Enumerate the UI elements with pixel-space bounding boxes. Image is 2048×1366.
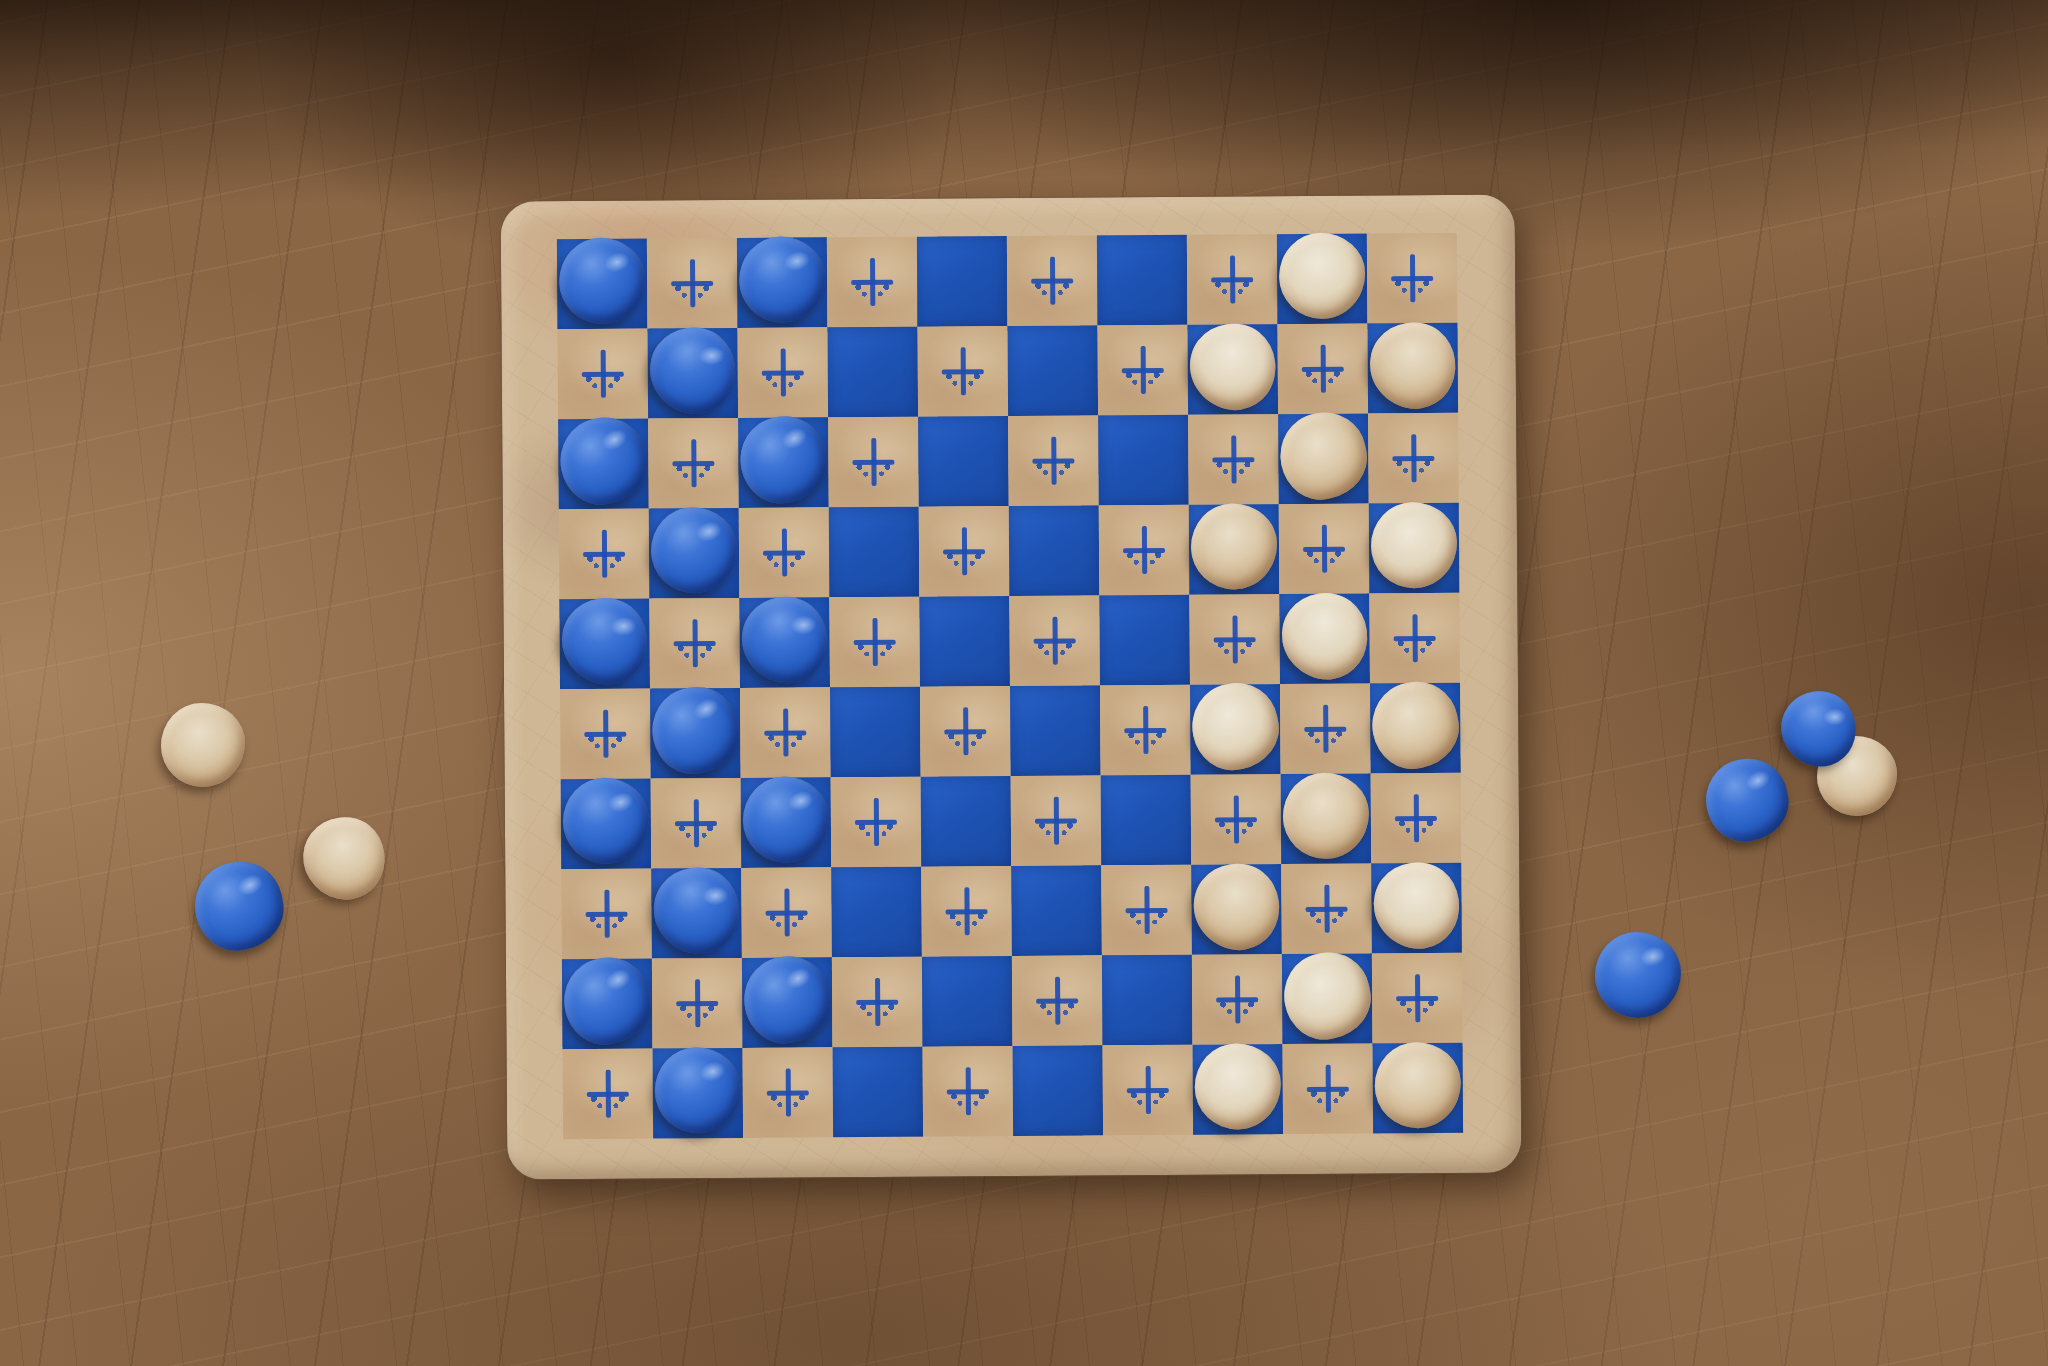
cross-mark-icon [579,350,627,398]
square-r2c10[interactable] [1367,323,1458,414]
square-r6c7 [1100,685,1191,776]
cross-mark-icon [1393,974,1441,1022]
cream-piece-r6c8[interactable] [1185,676,1286,777]
cross-mark-icon [672,799,720,847]
square-r4c2[interactable] [649,508,740,599]
square-r4c6[interactable] [1009,505,1100,596]
square-r4c4[interactable] [829,507,920,598]
cross-mark-icon [1031,617,1079,665]
square-r1c10 [1367,233,1458,324]
cross-mark-icon [1302,885,1350,933]
square-r6c8[interactable] [1190,684,1281,775]
square-r2c3 [737,327,828,418]
square-r8c4[interactable] [831,867,922,958]
cream-piece-r6c10[interactable] [1365,675,1466,776]
blue-piece-r4c2[interactable] [651,507,738,594]
cream-piece-r2c10[interactable] [1361,313,1465,417]
square-r9c3[interactable] [742,957,833,1048]
cream-piece-r4c8[interactable] [1191,503,1278,590]
square-r6c2[interactable] [650,688,741,779]
cream-piece-r5c9[interactable] [1273,584,1377,688]
cross-mark-icon [760,528,808,576]
square-r6c10[interactable] [1370,683,1461,774]
square-r8c2[interactable] [651,868,742,959]
blue-piece-r5c1[interactable] [553,589,657,693]
square-r8c9 [1281,863,1372,954]
cream-piece-r9c9[interactable] [1277,945,1378,1046]
blue-piece-r3c1[interactable] [553,410,654,511]
square-r10c4[interactable] [833,1047,924,1138]
cross-mark-icon [668,259,716,307]
cross-mark-icon [1301,705,1349,753]
square-r1c7[interactable] [1097,235,1188,326]
square-r2c6[interactable] [1007,325,1098,416]
cross-mark-icon [1388,254,1436,302]
square-r10c6[interactable] [1013,1045,1104,1136]
cross-mark-icon [1391,614,1439,662]
square-r3c3[interactable] [738,417,829,508]
blue-piece-r6c2[interactable] [645,680,746,781]
cross-mark-icon [1389,434,1437,482]
square-r7c7[interactable] [1101,775,1192,866]
square-r10c8[interactable] [1193,1044,1284,1135]
square-r1c9[interactable] [1277,234,1368,325]
cross-mark-icon [853,978,901,1026]
cross-mark-icon [1304,1065,1352,1113]
blue-piece-r10c2[interactable] [655,1047,742,1134]
square-r1c3[interactable] [737,237,828,328]
blue-piece-r3c3[interactable] [733,409,834,510]
square-r7c5[interactable] [921,776,1012,867]
cream-piece-r3c9[interactable] [1273,405,1374,506]
cross-mark-icon [852,798,900,846]
square-r3c7[interactable] [1098,415,1189,506]
draughts-board [501,194,1522,1179]
square-r7c8 [1191,774,1282,865]
square-r5c3[interactable] [739,597,830,688]
cross-mark-icon [1033,977,1081,1025]
cross-mark-icon [584,1070,632,1118]
square-r5c6 [1009,595,1100,686]
square-r9c6 [1012,955,1103,1046]
cross-mark-icon [1392,794,1440,842]
blue-piece-r7c3[interactable] [743,776,830,863]
square-r6c9 [1280,683,1371,774]
square-r10c3 [743,1047,834,1138]
square-r2c1 [557,329,648,420]
square-r1c5[interactable] [917,236,1008,327]
cross-mark-icon [764,1068,812,1116]
square-r6c6[interactable] [1010,685,1101,776]
blue-piece-r7c1[interactable] [563,778,650,865]
square-r3c5[interactable] [918,416,1009,507]
cream-piece-r7c9[interactable] [1283,773,1370,860]
cross-mark-icon [1209,435,1257,483]
cross-mark-icon [580,530,628,578]
square-r2c2[interactable] [647,328,738,419]
square-r4c8[interactable] [1189,504,1280,595]
square-r5c2 [649,598,740,689]
cross-mark-icon [1029,437,1077,485]
cross-mark-icon [1212,795,1260,843]
square-r3c2 [648,418,739,509]
square-r2c4[interactable] [827,327,918,418]
cream-piece-r10c10[interactable] [1374,1042,1461,1129]
board-grid [557,233,1463,1139]
square-r1c4 [827,237,918,328]
square-r2c5 [917,326,1008,417]
cross-mark-icon [1208,255,1256,303]
square-r1c6 [1007,235,1098,326]
square-r4c3 [739,507,830,598]
cross-mark-icon [1213,975,1261,1023]
cross-mark-icon [671,619,719,667]
square-r7c9[interactable] [1281,773,1372,864]
square-r9c2 [652,958,743,1049]
square-r8c1 [561,869,652,960]
square-r5c10 [1369,593,1460,684]
cross-mark-icon [940,527,988,575]
square-r2c8[interactable] [1187,324,1278,415]
square-r9c1[interactable] [562,959,653,1050]
cross-mark-icon [1299,345,1347,393]
square-r4c10[interactable] [1369,503,1460,594]
square-r9c7[interactable] [1102,955,1193,1046]
square-r5c8 [1189,594,1280,685]
square-r3c6 [1008,415,1099,506]
blue-piece-r9c1[interactable] [557,950,658,1051]
cross-mark-icon [941,707,989,755]
blue-piece-r8c2[interactable] [645,858,749,962]
cream-piece-r2c8[interactable] [1181,315,1285,419]
cream-piece-r10c8[interactable] [1194,1043,1281,1130]
square-r7c1[interactable] [561,779,652,870]
square-r2c7 [1097,325,1188,416]
square-r9c4 [832,957,923,1048]
square-r10c9 [1282,1043,1373,1134]
square-r4c9 [1279,503,1370,594]
off-board-cream-piece-2[interactable] [294,808,393,907]
cross-mark-icon [1300,525,1348,573]
blue-piece-r5c3[interactable] [733,588,837,692]
square-r7c3[interactable] [741,777,832,868]
square-r1c2 [647,238,738,329]
cross-mark-icon [1028,257,1076,305]
cross-mark-icon [581,710,629,758]
cross-mark-icon [759,348,807,396]
cross-mark-icon [944,1067,992,1115]
cross-mark-icon [849,438,897,486]
square-r9c9[interactable] [1282,953,1373,1044]
square-r8c5 [921,866,1012,957]
cross-mark-icon [848,258,896,306]
square-r8c8[interactable] [1191,864,1282,955]
square-r5c1[interactable] [559,599,650,690]
square-r5c7[interactable] [1099,595,1190,686]
cross-mark-icon [1122,886,1170,934]
square-r1c8 [1187,234,1278,325]
square-r4c1 [559,509,650,600]
square-r3c1[interactable] [558,419,649,510]
square-r8c7 [1101,865,1192,956]
blue-piece-r1c1[interactable] [559,238,646,325]
cream-piece-r1c9[interactable] [1279,233,1366,320]
scene [0,0,2048,1366]
cream-piece-r8c10[interactable] [1365,853,1469,957]
cross-mark-icon [851,618,899,666]
square-r10c10[interactable] [1372,1043,1463,1134]
square-r10c1 [563,1049,654,1140]
cross-mark-icon [1121,706,1169,754]
square-r3c10 [1368,413,1459,504]
square-r6c5 [920,686,1011,777]
cross-mark-icon [1124,1066,1172,1114]
square-r9c5[interactable] [922,956,1013,1047]
cross-mark-icon [1120,526,1168,574]
blue-piece-r9c3[interactable] [737,949,838,1050]
square-r5c9[interactable] [1279,593,1370,684]
cross-mark-icon [673,979,721,1027]
cross-mark-icon [761,708,809,756]
square-r9c8 [1192,954,1283,1045]
cross-mark-icon [669,439,717,487]
square-r10c2[interactable] [653,1048,744,1139]
square-r2c9 [1277,324,1368,415]
square-r10c5 [923,1046,1014,1137]
square-r6c1 [560,689,651,780]
square-r4c7 [1099,505,1190,596]
cross-mark-icon [1032,797,1080,845]
cream-piece-r8c8[interactable] [1185,855,1289,959]
blue-piece-r1c3[interactable] [739,236,826,323]
square-r6c3 [740,687,831,778]
square-r3c4 [828,417,919,508]
square-r4c5 [919,506,1010,597]
cross-mark-icon [942,887,990,935]
square-r10c7 [1103,1045,1194,1136]
blue-piece-r2c2[interactable] [641,318,745,422]
square-r7c10 [1371,773,1462,864]
cross-mark-icon [1211,615,1259,663]
square-r6c4[interactable] [830,687,921,778]
off-board-blue-piece-6[interactable] [1699,752,1795,848]
cross-mark-icon [582,890,630,938]
off-board-cream-piece-1[interactable] [161,703,245,787]
square-r8c3 [741,867,832,958]
cross-mark-icon [1119,346,1167,394]
cream-piece-r4c10[interactable] [1371,502,1458,589]
off-board-blue-piece-7[interactable] [1595,932,1681,1018]
square-r7c6 [1011,775,1102,866]
square-r5c5[interactable] [919,596,1010,687]
square-r3c9[interactable] [1278,414,1369,505]
square-r5c4 [829,597,920,688]
square-r8c10[interactable] [1371,863,1462,954]
off-board-blue-piece-3[interactable] [187,854,290,957]
cross-mark-icon [762,888,810,936]
square-r7c2 [651,778,742,869]
cross-mark-icon [939,347,987,395]
square-r8c6[interactable] [1011,865,1102,956]
square-r3c8 [1188,414,1279,505]
square-r9c10 [1372,953,1463,1044]
square-r1c1[interactable] [557,239,648,330]
square-r7c4 [831,777,922,868]
